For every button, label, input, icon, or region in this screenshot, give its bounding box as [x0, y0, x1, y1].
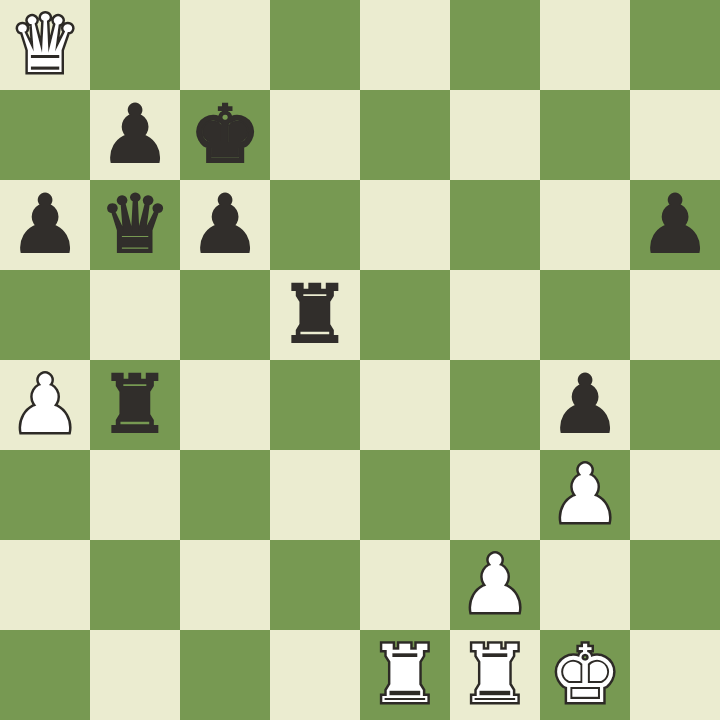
piece-white-pawn[interactable]: ♟ — [459, 540, 531, 630]
square-f4[interactable] — [450, 360, 540, 450]
square-c4[interactable] — [180, 360, 270, 450]
square-g3[interactable]: ♟ — [540, 450, 630, 540]
square-a3[interactable] — [0, 450, 90, 540]
square-e2[interactable] — [360, 540, 450, 630]
square-d6[interactable] — [270, 180, 360, 270]
square-d7[interactable] — [270, 90, 360, 180]
piece-black-rook[interactable]: ♜ — [279, 270, 351, 360]
square-g7[interactable] — [540, 90, 630, 180]
square-c1[interactable] — [180, 630, 270, 720]
square-d5[interactable]: ♜ — [270, 270, 360, 360]
piece-white-pawn[interactable]: ♟ — [549, 450, 621, 540]
chess-board: ♛♟♚♟♛♟♟♜♟♜♟♟♟♜♜♚ — [0, 0, 720, 720]
square-e1[interactable]: ♜ — [360, 630, 450, 720]
square-h8[interactable] — [630, 0, 720, 90]
square-d1[interactable] — [270, 630, 360, 720]
piece-black-rook[interactable]: ♜ — [99, 360, 171, 450]
square-h3[interactable] — [630, 450, 720, 540]
piece-black-king[interactable]: ♚ — [189, 90, 261, 180]
square-b7[interactable]: ♟ — [90, 90, 180, 180]
square-e3[interactable] — [360, 450, 450, 540]
square-e4[interactable] — [360, 360, 450, 450]
square-h2[interactable] — [630, 540, 720, 630]
square-e6[interactable] — [360, 180, 450, 270]
piece-black-queen[interactable]: ♛ — [99, 180, 171, 270]
piece-white-king[interactable]: ♚ — [549, 630, 621, 720]
square-c8[interactable] — [180, 0, 270, 90]
square-c6[interactable]: ♟ — [180, 180, 270, 270]
square-c7[interactable]: ♚ — [180, 90, 270, 180]
square-f3[interactable] — [450, 450, 540, 540]
square-a2[interactable] — [0, 540, 90, 630]
piece-black-pawn[interactable]: ♟ — [99, 90, 171, 180]
square-f7[interactable] — [450, 90, 540, 180]
square-b4[interactable]: ♜ — [90, 360, 180, 450]
square-f1[interactable]: ♜ — [450, 630, 540, 720]
piece-black-pawn[interactable]: ♟ — [639, 180, 711, 270]
square-h5[interactable] — [630, 270, 720, 360]
square-e5[interactable] — [360, 270, 450, 360]
square-b1[interactable] — [90, 630, 180, 720]
square-b5[interactable] — [90, 270, 180, 360]
square-a5[interactable] — [0, 270, 90, 360]
square-f8[interactable] — [450, 0, 540, 90]
square-e8[interactable] — [360, 0, 450, 90]
piece-white-rook[interactable]: ♜ — [369, 630, 441, 720]
square-g2[interactable] — [540, 540, 630, 630]
square-c2[interactable] — [180, 540, 270, 630]
square-b3[interactable] — [90, 450, 180, 540]
square-b8[interactable] — [90, 0, 180, 90]
square-g1[interactable]: ♚ — [540, 630, 630, 720]
square-g4[interactable]: ♟ — [540, 360, 630, 450]
piece-black-pawn[interactable]: ♟ — [189, 180, 261, 270]
square-g6[interactable] — [540, 180, 630, 270]
piece-black-pawn[interactable]: ♟ — [549, 360, 621, 450]
square-h6[interactable]: ♟ — [630, 180, 720, 270]
square-e7[interactable] — [360, 90, 450, 180]
square-d3[interactable] — [270, 450, 360, 540]
square-a4[interactable]: ♟ — [0, 360, 90, 450]
square-h7[interactable] — [630, 90, 720, 180]
square-f2[interactable]: ♟ — [450, 540, 540, 630]
square-h4[interactable] — [630, 360, 720, 450]
square-a6[interactable]: ♟ — [0, 180, 90, 270]
piece-white-pawn[interactable]: ♟ — [9, 360, 81, 450]
square-a7[interactable] — [0, 90, 90, 180]
square-f5[interactable] — [450, 270, 540, 360]
square-a1[interactable] — [0, 630, 90, 720]
square-c3[interactable] — [180, 450, 270, 540]
square-g5[interactable] — [540, 270, 630, 360]
square-h1[interactable] — [630, 630, 720, 720]
square-d4[interactable] — [270, 360, 360, 450]
square-d8[interactable] — [270, 0, 360, 90]
square-d2[interactable] — [270, 540, 360, 630]
piece-black-pawn[interactable]: ♟ — [9, 180, 81, 270]
piece-white-rook[interactable]: ♜ — [459, 630, 531, 720]
square-a8[interactable]: ♛ — [0, 0, 90, 90]
square-b2[interactable] — [90, 540, 180, 630]
square-g8[interactable] — [540, 0, 630, 90]
square-c5[interactable] — [180, 270, 270, 360]
piece-white-queen[interactable]: ♛ — [9, 0, 81, 90]
square-f6[interactable] — [450, 180, 540, 270]
square-b6[interactable]: ♛ — [90, 180, 180, 270]
